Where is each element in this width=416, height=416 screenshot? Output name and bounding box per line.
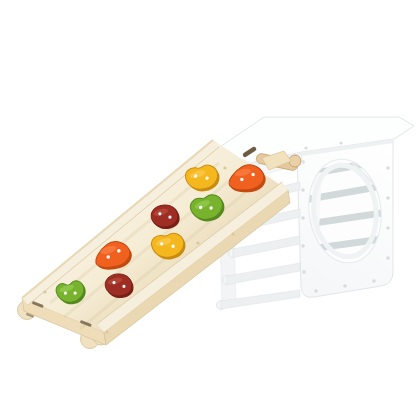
screw-dot <box>386 256 390 260</box>
screw-dot <box>386 226 390 230</box>
screw-dot <box>343 284 347 288</box>
screw-dot <box>386 166 390 170</box>
screw-dot <box>301 244 305 248</box>
screw-dot <box>372 279 376 283</box>
ladder-rung-front-4 <box>227 263 300 285</box>
screw-dot <box>301 188 305 192</box>
wood-screw-dot <box>105 330 108 333</box>
screw-dot <box>386 196 390 200</box>
screw-dot <box>301 216 305 220</box>
wood-screw-dot <box>196 241 199 244</box>
climbing-set-illustration <box>0 0 416 416</box>
screw-dot <box>314 289 318 293</box>
wood-screw-dot <box>43 290 46 293</box>
screw-dot <box>304 146 307 149</box>
screw-dot <box>339 141 342 144</box>
screw-dot <box>302 270 306 274</box>
product-photo-canvas <box>0 0 416 416</box>
wood-screw-dot <box>223 166 226 169</box>
wood-screw-dot <box>231 232 234 235</box>
